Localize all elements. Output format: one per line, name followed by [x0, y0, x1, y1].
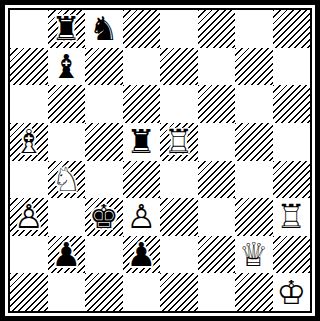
- square-e1: [160, 273, 198, 311]
- square-h1: ♚♔: [273, 273, 311, 311]
- piece-glyph: ♙: [126, 200, 156, 233]
- square-h3: ♜♖: [273, 198, 311, 236]
- piece-glyph: ♟: [51, 238, 81, 271]
- square-f1: [198, 273, 236, 311]
- piece-glyph: ♞: [89, 12, 119, 45]
- square-b5: [48, 123, 86, 161]
- square-f6: [198, 85, 236, 123]
- square-d1: [123, 273, 161, 311]
- square-h2: [273, 236, 311, 274]
- square-e5: ♜♖: [160, 123, 198, 161]
- square-c3: ♚♚: [85, 198, 123, 236]
- piece-glyph: ♖: [276, 200, 306, 233]
- square-e2: [160, 236, 198, 274]
- square-d7: [123, 48, 161, 86]
- square-h6: [273, 85, 311, 123]
- white-pawn: ♟♙: [10, 198, 48, 236]
- black-king: ♚♚: [85, 198, 123, 236]
- square-a1: [10, 273, 48, 311]
- square-g4: [235, 161, 273, 199]
- square-e8: [160, 10, 198, 48]
- square-d5: ♜♜: [123, 123, 161, 161]
- square-a3: ♟♙: [10, 198, 48, 236]
- white-king: ♚♔: [273, 273, 311, 311]
- chessboard: ♜♜♞♞♝♝♝♗♜♜♜♖♞♘♟♙♚♚♟♙♜♖♟♟♟♟♛♕♚♔: [8, 8, 312, 313]
- square-b7: ♝♝: [48, 48, 86, 86]
- square-d2: ♟♟: [123, 236, 161, 274]
- white-bishop: ♝♗: [10, 123, 48, 161]
- black-knight: ♞♞: [85, 10, 123, 48]
- chessboard-frame: ♜♜♞♞♝♝♝♗♜♜♜♖♞♘♟♙♚♚♟♙♜♖♟♟♟♟♛♕♚♔: [0, 0, 320, 321]
- piece-glyph: ♖: [164, 125, 194, 158]
- piece-glyph: ♜: [126, 125, 156, 158]
- black-rook: ♜♜: [48, 10, 86, 48]
- square-b8: ♜♜: [48, 10, 86, 48]
- piece-glyph: ♟: [126, 238, 156, 271]
- square-a8: [10, 10, 48, 48]
- black-pawn: ♟♟: [123, 236, 161, 274]
- square-h8: [273, 10, 311, 48]
- square-f7: [198, 48, 236, 86]
- square-c6: [85, 85, 123, 123]
- square-c2: [85, 236, 123, 274]
- piece-glyph: ♔: [276, 276, 306, 309]
- square-d6: [123, 85, 161, 123]
- square-d8: [123, 10, 161, 48]
- square-g8: [235, 10, 273, 48]
- square-a7: [10, 48, 48, 86]
- white-pawn: ♟♙: [123, 198, 161, 236]
- square-c5: [85, 123, 123, 161]
- square-f3: [198, 198, 236, 236]
- square-a6: [10, 85, 48, 123]
- square-a5: ♝♗: [10, 123, 48, 161]
- piece-glyph: ♚: [89, 200, 119, 233]
- piece-glyph: ♗: [14, 125, 44, 158]
- square-b4: ♞♘: [48, 161, 86, 199]
- square-b2: ♟♟: [48, 236, 86, 274]
- square-b1: [48, 273, 86, 311]
- white-knight: ♞♘: [48, 161, 86, 199]
- square-f2: [198, 236, 236, 274]
- white-queen: ♛♕: [235, 236, 273, 274]
- square-b3: [48, 198, 86, 236]
- white-rook: ♜♖: [160, 123, 198, 161]
- square-e3: [160, 198, 198, 236]
- square-g2: ♛♕: [235, 236, 273, 274]
- square-f4: [198, 161, 236, 199]
- square-g1: [235, 273, 273, 311]
- black-pawn: ♟♟: [48, 236, 86, 274]
- square-h7: [273, 48, 311, 86]
- piece-glyph: ♘: [51, 163, 81, 196]
- black-rook: ♜♜: [123, 123, 161, 161]
- square-h5: [273, 123, 311, 161]
- square-c8: ♞♞: [85, 10, 123, 48]
- square-g6: [235, 85, 273, 123]
- square-c7: [85, 48, 123, 86]
- piece-glyph: ♕: [239, 238, 269, 271]
- square-f8: [198, 10, 236, 48]
- square-a4: [10, 161, 48, 199]
- white-rook: ♜♖: [273, 198, 311, 236]
- black-bishop: ♝♝: [48, 48, 86, 86]
- square-e7: [160, 48, 198, 86]
- piece-glyph: ♝: [51, 50, 81, 83]
- square-h4: [273, 161, 311, 199]
- square-d3: ♟♙: [123, 198, 161, 236]
- square-g7: [235, 48, 273, 86]
- square-a2: [10, 236, 48, 274]
- piece-glyph: ♜: [51, 12, 81, 45]
- square-g5: [235, 123, 273, 161]
- square-e6: [160, 85, 198, 123]
- piece-glyph: ♙: [14, 200, 44, 233]
- square-f5: [198, 123, 236, 161]
- square-b6: [48, 85, 86, 123]
- square-g3: [235, 198, 273, 236]
- square-d4: [123, 161, 161, 199]
- square-c4: [85, 161, 123, 199]
- square-e4: [160, 161, 198, 199]
- square-c1: [85, 273, 123, 311]
